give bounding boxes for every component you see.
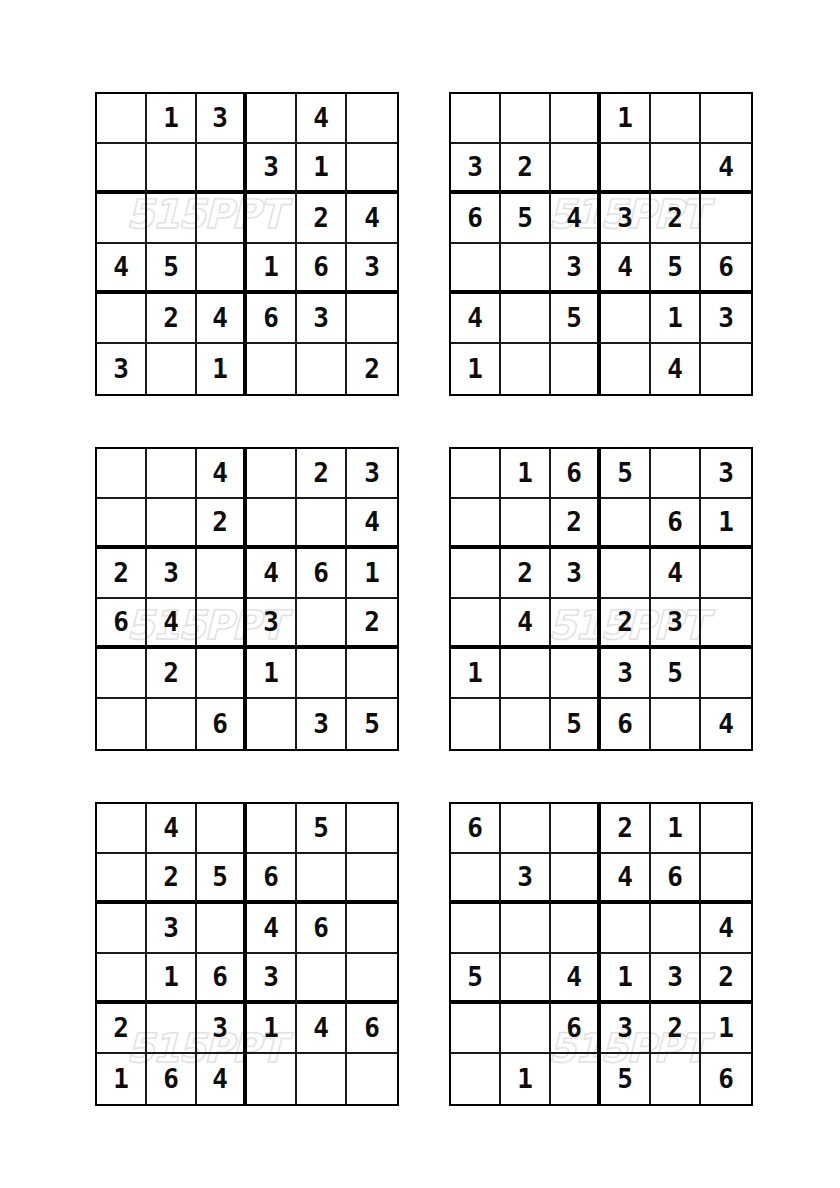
p1-cell-r4c4[interactable]: 1 [247,244,297,294]
p1-cell-r2c5[interactable]: 1 [297,144,347,194]
p6-cell-r4c2[interactable] [501,954,551,1004]
p1-cell-r1c2[interactable]: 1 [147,94,197,144]
p2-cell-r4c5[interactable]: 5 [651,244,701,294]
p1-cell-r6c5[interactable] [297,344,347,394]
p4-cell-r2c1[interactable] [451,499,501,549]
p2-cell-r1c4[interactable]: 1 [601,94,651,144]
p2-cell-r6c3[interactable] [551,344,601,394]
p2-cell-r2c1[interactable]: 3 [451,144,501,194]
p6-cell-r6c3[interactable] [551,1054,601,1104]
p2-cell-r4c3[interactable]: 3 [551,244,601,294]
sudoku-worksheet-page: 515PPT 515PPT 515PPT 515PPT 515PPT 515PP… [0,0,840,1188]
p1-cell-r2c1[interactable] [97,144,147,194]
p4-cell-r2c6[interactable]: 1 [701,499,751,549]
p4-cell-r5c2[interactable] [501,649,551,699]
p3-cell-r3c2[interactable]: 3 [147,549,197,599]
p2-cell-r6c5[interactable]: 4 [651,344,701,394]
p3-cell-r4c4[interactable]: 3 [247,599,297,649]
p2-cell-r3c6[interactable] [701,194,751,244]
p4-cell-r3c5[interactable]: 4 [651,549,701,599]
p2-cell-r3c1[interactable]: 6 [451,194,501,244]
sudoku-board-3: 4232423461643221635 [95,447,399,751]
p4-cell-r4c4[interactable]: 2 [601,599,651,649]
p4-cell-r2c3[interactable]: 2 [551,499,601,549]
p1-cell-r3c5[interactable]: 2 [297,194,347,244]
p3-cell-r4c2[interactable]: 4 [147,599,197,649]
p5-cell-r2c4[interactable]: 6 [247,854,297,904]
p1-cell-r3c3[interactable] [197,194,247,244]
p3-cell-r2c4[interactable] [247,499,297,549]
p6-cell-r4c1[interactable]: 5 [451,954,501,1004]
p6-cell-r6c5[interactable] [651,1054,701,1104]
p3-cell-r5c6[interactable] [347,649,397,699]
sudoku-board-6: 6213464541326321156 [449,802,753,1106]
p2-cell-r1c3[interactable] [551,94,601,144]
p6-cell-r1c2[interactable] [501,804,551,854]
p6-cell-r3c4[interactable] [601,904,651,954]
p4-cell-r3c1[interactable] [451,549,501,599]
p1-cell-r2c3[interactable] [197,144,247,194]
p1-cell-r1c5[interactable]: 4 [297,94,347,144]
p4-cell-r6c1[interactable] [451,699,501,749]
p2-cell-r1c2[interactable] [501,94,551,144]
p5-cell-r4c3[interactable]: 6 [197,954,247,1004]
p1-cell-r1c1[interactable] [97,94,147,144]
p5-cell-r2c6[interactable] [347,854,397,904]
p2-cell-r5c1[interactable]: 4 [451,294,501,344]
p1-cell-r4c5[interactable]: 6 [297,244,347,294]
p3-cell-r5c1[interactable] [97,649,147,699]
p2-cell-r2c5[interactable] [651,144,701,194]
p1-cell-r2c6[interactable] [347,144,397,194]
p3-cell-r3c5[interactable]: 6 [297,549,347,599]
p6-cell-r6c2[interactable]: 1 [501,1054,551,1104]
p3-cell-r5c2[interactable]: 2 [147,649,197,699]
p2-cell-r2c3[interactable] [551,144,601,194]
p2-cell-r5c2[interactable] [501,294,551,344]
p5-cell-r5c6[interactable]: 6 [347,1004,397,1054]
p2-cell-r4c4[interactable]: 4 [601,244,651,294]
p4-cell-r6c4[interactable]: 6 [601,699,651,749]
p6-cell-r2c5[interactable]: 6 [651,854,701,904]
p5-cell-r6c5[interactable] [297,1054,347,1104]
p2-cell-r5c4[interactable] [601,294,651,344]
p2-cell-r4c6[interactable]: 6 [701,244,751,294]
p2-cell-r6c6[interactable] [701,344,751,394]
p5-cell-r4c1[interactable] [97,954,147,1004]
sudoku-board-5: 4525634616323146164 [95,802,399,1106]
p6-cell-r3c2[interactable] [501,904,551,954]
p3-cell-r5c3[interactable] [197,649,247,699]
p3-cell-r6c6[interactable]: 5 [347,699,397,749]
sudoku-board-2: 1324654323456451314 [449,92,753,396]
p3-cell-r3c3[interactable] [197,549,247,599]
p4-cell-r1c5[interactable] [651,449,701,499]
p2-cell-r5c3[interactable]: 5 [551,294,601,344]
sudoku-board-4: 1653261234423135564 [449,447,753,751]
p5-cell-r3c3[interactable] [197,904,247,954]
p6-cell-r1c5[interactable]: 1 [651,804,701,854]
p3-cell-r2c3[interactable]: 2 [197,499,247,549]
p5-cell-r2c5[interactable] [297,854,347,904]
p6-cell-r2c6[interactable] [701,854,751,904]
p5-cell-r4c5[interactable] [297,954,347,1004]
p1-cell-r4c1[interactable]: 4 [97,244,147,294]
p1-cell-r4c2[interactable]: 5 [147,244,197,294]
p6-cell-r2c2[interactable]: 3 [501,854,551,904]
p1-cell-r4c6[interactable]: 3 [347,244,397,294]
p1-cell-r4c3[interactable] [197,244,247,294]
p3-cell-r2c1[interactable] [97,499,147,549]
p1-cell-r6c4[interactable] [247,344,297,394]
p5-cell-r3c2[interactable]: 3 [147,904,197,954]
p5-cell-r3c6[interactable] [347,904,397,954]
p1-cell-r6c3[interactable]: 1 [197,344,247,394]
p5-cell-r1c5[interactable]: 5 [297,804,347,854]
p4-cell-r5c4[interactable]: 3 [601,649,651,699]
p4-cell-r6c2[interactable] [501,699,551,749]
p6-cell-r4c6[interactable]: 2 [701,954,751,1004]
p3-cell-r6c2[interactable] [147,699,197,749]
p6-cell-r2c1[interactable] [451,854,501,904]
p4-cell-r4c5[interactable]: 3 [651,599,701,649]
p5-cell-r2c2[interactable]: 2 [147,854,197,904]
p2-cell-r3c2[interactable]: 5 [501,194,551,244]
p6-cell-r5c4[interactable]: 3 [601,1004,651,1054]
p2-cell-r6c2[interactable] [501,344,551,394]
p3-cell-r4c3[interactable] [197,599,247,649]
p6-cell-r3c6[interactable]: 4 [701,904,751,954]
p5-cell-r5c2[interactable] [147,1004,197,1054]
p4-cell-r3c2[interactable]: 2 [501,549,551,599]
p1-cell-r6c1[interactable]: 3 [97,344,147,394]
p3-cell-r5c4[interactable]: 1 [247,649,297,699]
p4-cell-r5c3[interactable] [551,649,601,699]
p4-cell-r3c6[interactable] [701,549,751,599]
p1-cell-r3c2[interactable] [147,194,197,244]
p5-cell-r5c1[interactable]: 2 [97,1004,147,1054]
p1-cell-r1c4[interactable] [247,94,297,144]
p6-cell-r4c3[interactable]: 4 [551,954,601,1004]
p6-cell-r5c3[interactable]: 6 [551,1004,601,1054]
p4-cell-r6c6[interactable]: 4 [701,699,751,749]
p3-cell-r6c3[interactable]: 6 [197,699,247,749]
p1-cell-r2c2[interactable] [147,144,197,194]
p4-cell-r5c6[interactable] [701,649,751,699]
p2-cell-r6c4[interactable] [601,344,651,394]
p3-cell-r1c2[interactable] [147,449,197,499]
p1-cell-r5c4[interactable]: 6 [247,294,297,344]
p3-cell-r1c6[interactable]: 3 [347,449,397,499]
p4-cell-r3c3[interactable]: 3 [551,549,601,599]
p5-cell-r3c4[interactable]: 4 [247,904,297,954]
p3-cell-r6c4[interactable] [247,699,297,749]
p1-cell-r6c6[interactable]: 2 [347,344,397,394]
p6-cell-r3c5[interactable] [651,904,701,954]
p1-cell-r3c6[interactable]: 4 [347,194,397,244]
p6-cell-r3c3[interactable] [551,904,601,954]
p6-cell-r1c4[interactable]: 2 [601,804,651,854]
p2-cell-r5c6[interactable]: 3 [701,294,751,344]
p1-cell-r5c3[interactable]: 4 [197,294,247,344]
p4-cell-r1c3[interactable]: 6 [551,449,601,499]
p5-cell-r4c4[interactable]: 3 [247,954,297,1004]
p1-cell-r2c4[interactable]: 3 [247,144,297,194]
p3-cell-r6c5[interactable]: 3 [297,699,347,749]
p2-cell-r2c4[interactable] [601,144,651,194]
p2-cell-r1c6[interactable] [701,94,751,144]
sudoku-board-1: 1343124451632463312 [95,92,399,396]
p6-cell-r2c4[interactable]: 4 [601,854,651,904]
p3-cell-r2c5[interactable] [297,499,347,549]
p4-cell-r4c3[interactable] [551,599,601,649]
p6-cell-r5c1[interactable] [451,1004,501,1054]
p5-cell-r1c4[interactable] [247,804,297,854]
p4-cell-r4c2[interactable]: 4 [501,599,551,649]
p2-cell-r3c5[interactable]: 2 [651,194,701,244]
p1-cell-r3c1[interactable] [97,194,147,244]
p1-cell-r1c3[interactable]: 3 [197,94,247,144]
p2-cell-r1c1[interactable] [451,94,501,144]
p6-cell-r6c1[interactable] [451,1054,501,1104]
p3-cell-r6c1[interactable] [97,699,147,749]
p3-cell-r4c6[interactable]: 2 [347,599,397,649]
p3-cell-r3c4[interactable]: 4 [247,549,297,599]
p4-cell-r2c2[interactable] [501,499,551,549]
p6-cell-r1c6[interactable] [701,804,751,854]
p3-cell-r5c5[interactable] [297,649,347,699]
p1-cell-r5c1[interactable] [97,294,147,344]
p5-cell-r5c3[interactable]: 3 [197,1004,247,1054]
p4-cell-r5c1[interactable]: 1 [451,649,501,699]
p1-cell-r1c6[interactable] [347,94,397,144]
p5-cell-r5c5[interactable]: 4 [297,1004,347,1054]
p3-cell-r2c2[interactable] [147,499,197,549]
p3-cell-r4c5[interactable] [297,599,347,649]
p5-cell-r2c3[interactable]: 5 [197,854,247,904]
p5-cell-r4c6[interactable] [347,954,397,1004]
p4-cell-r1c2[interactable]: 1 [501,449,551,499]
p4-cell-r3c4[interactable] [601,549,651,599]
p6-cell-r5c5[interactable]: 2 [651,1004,701,1054]
p4-cell-r2c5[interactable]: 6 [651,499,701,549]
p3-cell-r2c6[interactable]: 4 [347,499,397,549]
p3-cell-r1c1[interactable] [97,449,147,499]
p1-cell-r5c5[interactable]: 3 [297,294,347,344]
p3-cell-r1c3[interactable]: 4 [197,449,247,499]
p3-cell-r4c1[interactable]: 6 [97,599,147,649]
p2-cell-r2c6[interactable]: 4 [701,144,751,194]
p2-cell-r4c2[interactable] [501,244,551,294]
p2-cell-r4c1[interactable] [451,244,501,294]
p5-cell-r1c3[interactable] [197,804,247,854]
p5-cell-r1c2[interactable]: 4 [147,804,197,854]
p5-cell-r5c4[interactable]: 1 [247,1004,297,1054]
p6-cell-r6c6[interactable]: 6 [701,1054,751,1104]
p6-cell-r2c3[interactable] [551,854,601,904]
p5-cell-r3c5[interactable]: 6 [297,904,347,954]
p1-cell-r5c6[interactable] [347,294,397,344]
p4-cell-r6c3[interactable]: 5 [551,699,601,749]
p1-cell-r5c2[interactable]: 2 [147,294,197,344]
p5-cell-r6c1[interactable]: 1 [97,1054,147,1104]
p2-cell-r5c5[interactable]: 1 [651,294,701,344]
p2-cell-r3c3[interactable]: 4 [551,194,601,244]
p6-cell-r3c1[interactable] [451,904,501,954]
p2-cell-r1c5[interactable] [651,94,701,144]
p5-cell-r6c2[interactable]: 6 [147,1054,197,1104]
p6-cell-r1c1[interactable]: 6 [451,804,501,854]
p5-cell-r1c6[interactable] [347,804,397,854]
p3-cell-r3c1[interactable]: 2 [97,549,147,599]
p4-cell-r4c6[interactable] [701,599,751,649]
p5-cell-r4c2[interactable]: 1 [147,954,197,1004]
p6-cell-r6c4[interactable]: 5 [601,1054,651,1104]
p2-cell-r2c2[interactable]: 2 [501,144,551,194]
p4-cell-r6c5[interactable] [651,699,701,749]
p5-cell-r6c3[interactable]: 4 [197,1054,247,1104]
p5-cell-r6c6[interactable] [347,1054,397,1104]
p5-cell-r1c1[interactable] [97,804,147,854]
p3-cell-r1c5[interactable]: 2 [297,449,347,499]
p3-cell-r3c6[interactable]: 1 [347,549,397,599]
p4-cell-r5c5[interactable]: 5 [651,649,701,699]
p2-cell-r6c1[interactable]: 1 [451,344,501,394]
p4-cell-r2c4[interactable] [601,499,651,549]
p6-cell-r4c4[interactable]: 1 [601,954,651,1004]
p1-cell-r6c2[interactable] [147,344,197,394]
p1-cell-r3c4[interactable] [247,194,297,244]
p4-cell-r1c4[interactable]: 5 [601,449,651,499]
p5-cell-r2c1[interactable] [97,854,147,904]
p4-cell-r1c6[interactable]: 3 [701,449,751,499]
p6-cell-r1c3[interactable] [551,804,601,854]
p6-cell-r5c6[interactable]: 1 [701,1004,751,1054]
p4-cell-r4c1[interactable] [451,599,501,649]
p3-cell-r1c4[interactable] [247,449,297,499]
p6-cell-r5c2[interactable] [501,1004,551,1054]
p5-cell-r3c1[interactable] [97,904,147,954]
p5-cell-r6c4[interactable] [247,1054,297,1104]
p4-cell-r1c1[interactable] [451,449,501,499]
p6-cell-r4c5[interactable]: 3 [651,954,701,1004]
p2-cell-r3c4[interactable]: 3 [601,194,651,244]
